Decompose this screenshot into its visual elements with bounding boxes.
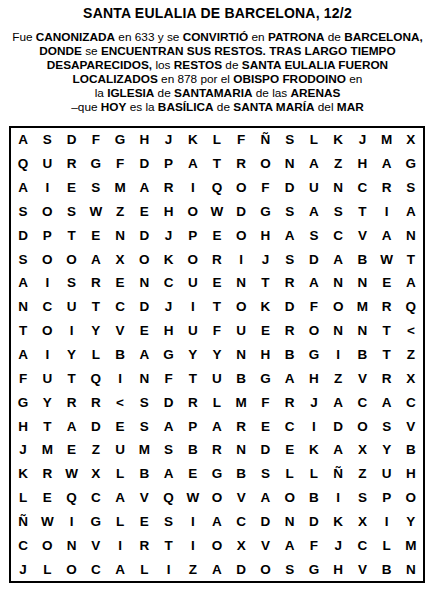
grid-cell[interactable]: A [11, 271, 35, 295]
grid-cell[interactable]: V [108, 319, 132, 343]
grid-cell[interactable]: S [399, 176, 423, 200]
grid-cell[interactable]: N [350, 271, 374, 295]
grid-cell[interactable]: U [229, 319, 253, 343]
grid-cell[interactable]: L [132, 557, 156, 581]
grid-cell[interactable]: A [278, 366, 302, 390]
grid-cell[interactable]: Y [35, 390, 59, 414]
grid-cell[interactable]: H [156, 319, 180, 343]
grid-cell[interactable]: R [84, 271, 108, 295]
grid-cell[interactable]: M [35, 438, 59, 462]
grid-cell[interactable]: D [84, 414, 108, 438]
grid-cell[interactable]: O [253, 152, 277, 176]
grid-cell[interactable]: Z [326, 152, 350, 176]
grid-cell[interactable]: G [205, 462, 229, 486]
grid-cell[interactable]: H [132, 128, 156, 152]
grid-cell[interactable]: K [156, 247, 180, 271]
grid-cell[interactable]: A [278, 223, 302, 247]
grid-cell[interactable]: N [326, 271, 350, 295]
grid-cell[interactable]: C [350, 176, 374, 200]
grid-cell[interactable]: N [11, 295, 35, 319]
grid-cell[interactable]: G [84, 152, 108, 176]
grid-cell[interactable]: I [181, 509, 205, 533]
grid-cell[interactable]: F [253, 176, 277, 200]
grid-cell[interactable]: N [108, 223, 132, 247]
grid-cell[interactable]: E [253, 414, 277, 438]
grid-cell[interactable]: I [326, 486, 350, 510]
grid-cell[interactable]: X [399, 128, 423, 152]
grid-cell[interactable]: O [253, 557, 277, 581]
grid-cell[interactable]: O [278, 486, 302, 510]
grid-cell[interactable]: B [229, 462, 253, 486]
grid-cell[interactable]: H [350, 152, 374, 176]
grid-cell[interactable]: C [156, 271, 180, 295]
grid-cell[interactable]: N [132, 271, 156, 295]
grid-cell[interactable]: X [399, 366, 423, 390]
grid-cell[interactable]: D [11, 223, 35, 247]
grid-cell[interactable]: B [278, 343, 302, 367]
grid-cell[interactable]: R [278, 319, 302, 343]
grid-cell[interactable]: S [11, 200, 35, 224]
grid-cell[interactable]: Ñ [253, 128, 277, 152]
grid-cell[interactable]: C [399, 390, 423, 414]
grid-cell[interactable]: X [350, 509, 374, 533]
grid-cell[interactable]: Z [326, 366, 350, 390]
grid-cell[interactable]: N [59, 533, 83, 557]
grid-cell[interactable]: T [59, 366, 83, 390]
grid-cell[interactable]: S [156, 438, 180, 462]
grid-cell[interactable]: A [108, 486, 132, 510]
grid-cell[interactable]: E [108, 414, 132, 438]
grid-cell[interactable]: T [181, 366, 205, 390]
grid-cell[interactable]: A [156, 414, 180, 438]
grid-cell[interactable]: E [205, 223, 229, 247]
grid-cell[interactable]: L [375, 533, 399, 557]
grid-cell[interactable]: F [108, 152, 132, 176]
grid-cell[interactable]: K [253, 295, 277, 319]
grid-cell[interactable]: C [229, 509, 253, 533]
grid-cell[interactable]: P [35, 223, 59, 247]
grid-cell[interactable]: A [181, 152, 205, 176]
grid-cell[interactable]: W [84, 200, 108, 224]
grid-cell[interactable]: T [11, 319, 35, 343]
grid-cell[interactable]: S [375, 414, 399, 438]
grid-cell[interactable]: A [59, 414, 83, 438]
grid-cell[interactable]: Y [59, 343, 83, 367]
grid-cell[interactable]: R [375, 295, 399, 319]
grid-cell[interactable]: D [229, 200, 253, 224]
grid-cell[interactable]: A [132, 343, 156, 367]
grid-cell[interactable]: C [11, 533, 35, 557]
grid-cell[interactable]: T [205, 152, 229, 176]
grid-cell[interactable]: I [108, 533, 132, 557]
grid-cell[interactable]: F [156, 366, 180, 390]
grid-cell[interactable]: Z [181, 557, 205, 581]
grid-cell[interactable]: N [399, 223, 423, 247]
grid-cell[interactable]: S [278, 200, 302, 224]
grid-cell[interactable]: P [181, 223, 205, 247]
grid-cell[interactable]: Y [84, 319, 108, 343]
grid-cell[interactable]: P [181, 414, 205, 438]
grid-cell[interactable]: C [350, 390, 374, 414]
grid-cell[interactable]: Q [399, 295, 423, 319]
grid-cell[interactable]: G [399, 152, 423, 176]
grid-cell[interactable]: I [375, 509, 399, 533]
grid-cell[interactable]: T [375, 319, 399, 343]
grid-cell[interactable]: U [181, 319, 205, 343]
grid-cell[interactable]: V [350, 223, 374, 247]
grid-cell[interactable]: T [84, 295, 108, 319]
grid-cell[interactable]: Q [59, 486, 83, 510]
grid-cell[interactable]: B [108, 343, 132, 367]
grid-cell[interactable]: O [35, 533, 59, 557]
grid-cell[interactable]: T [253, 271, 277, 295]
grid-cell[interactable]: J [253, 247, 277, 271]
grid-cell[interactable]: T [156, 533, 180, 557]
grid-cell[interactable]: S [302, 223, 326, 247]
grid-cell[interactable]: < [399, 319, 423, 343]
grid-cell[interactable]: A [326, 438, 350, 462]
grid-cell[interactable]: B [132, 462, 156, 486]
grid-cell[interactable]: S [350, 486, 374, 510]
grid-cell[interactable]: C [326, 223, 350, 247]
grid-cell[interactable]: F [302, 533, 326, 557]
grid-cell[interactable]: J [156, 223, 180, 247]
grid-cell[interactable]: I [156, 557, 180, 581]
grid-cell[interactable]: Y [205, 343, 229, 367]
grid-cell[interactable]: H [302, 366, 326, 390]
grid-cell[interactable]: R [205, 247, 229, 271]
grid-cell[interactable]: O [35, 200, 59, 224]
grid-cell[interactable]: G [302, 343, 326, 367]
grid-cell[interactable]: B [399, 438, 423, 462]
grid-cell[interactable]: N [278, 509, 302, 533]
grid-cell[interactable]: E [132, 200, 156, 224]
grid-cell[interactable]: Ñ [11, 509, 35, 533]
grid-cell[interactable]: R [59, 390, 83, 414]
grid-cell[interactable]: D [253, 509, 277, 533]
grid-cell[interactable]: W [35, 509, 59, 533]
grid-cell[interactable]: S [278, 557, 302, 581]
grid-cell[interactable]: K [11, 462, 35, 486]
grid-cell[interactable]: B [181, 438, 205, 462]
grid-cell[interactable]: R [278, 390, 302, 414]
grid-cell[interactable]: J [11, 438, 35, 462]
grid-cell[interactable]: F [84, 128, 108, 152]
grid-cell[interactable]: Q [84, 366, 108, 390]
grid-cell[interactable]: V [132, 486, 156, 510]
grid-cell[interactable]: L [205, 128, 229, 152]
grid-cell[interactable]: V [399, 414, 423, 438]
grid-cell[interactable]: S [156, 509, 180, 533]
grid-cell[interactable]: R [181, 390, 205, 414]
grid-cell[interactable]: S [253, 462, 277, 486]
grid-cell[interactable]: S [84, 176, 108, 200]
grid-cell[interactable]: S [326, 200, 350, 224]
grid-cell[interactable]: F [11, 366, 35, 390]
grid-cell[interactable]: A [253, 486, 277, 510]
grid-cell[interactable]: A [132, 176, 156, 200]
grid-cell[interactable]: V [229, 486, 253, 510]
grid-cell[interactable]: E [59, 176, 83, 200]
grid-cell[interactable]: X [108, 247, 132, 271]
grid-cell[interactable]: E [35, 486, 59, 510]
grid-cell[interactable]: X [229, 533, 253, 557]
grid-cell[interactable]: S [59, 271, 83, 295]
grid-cell[interactable]: W [59, 462, 83, 486]
grid-cell[interactable]: F [253, 390, 277, 414]
grid-cell[interactable]: N [399, 557, 423, 581]
grid-cell[interactable]: O [350, 414, 374, 438]
grid-cell[interactable]: N [229, 438, 253, 462]
grid-cell[interactable]: N [326, 319, 350, 343]
grid-cell[interactable]: L [11, 486, 35, 510]
grid-cell[interactable]: H [11, 414, 35, 438]
grid-cell[interactable]: O [35, 247, 59, 271]
grid-cell[interactable]: A [84, 247, 108, 271]
grid-cell[interactable]: E [278, 438, 302, 462]
grid-cell[interactable]: K [302, 438, 326, 462]
grid-cell[interactable]: K [326, 128, 350, 152]
grid-cell[interactable]: L [205, 390, 229, 414]
grid-cell[interactable]: Q [205, 176, 229, 200]
grid-cell[interactable]: I [181, 295, 205, 319]
grid-cell[interactable]: G [84, 509, 108, 533]
grid-cell[interactable]: B [302, 486, 326, 510]
grid-cell[interactable]: L [84, 343, 108, 367]
grid-cell[interactable]: U [59, 295, 83, 319]
grid-cell[interactable]: U [108, 438, 132, 462]
grid-cell[interactable]: R [35, 462, 59, 486]
grid-cell[interactable]: E [181, 462, 205, 486]
grid-cell[interactable]: R [229, 414, 253, 438]
grid-cell[interactable]: D [229, 557, 253, 581]
grid-cell[interactable]: J [156, 295, 180, 319]
grid-cell[interactable]: A [326, 390, 350, 414]
grid-cell[interactable]: A [205, 557, 229, 581]
grid-cell[interactable]: F [205, 319, 229, 343]
grid-cell[interactable]: C [108, 295, 132, 319]
grid-cell[interactable]: J [326, 533, 350, 557]
grid-cell[interactable]: D [302, 509, 326, 533]
grid-cell[interactable]: K [326, 509, 350, 533]
grid-cell[interactable]: O [59, 557, 83, 581]
grid-cell[interactable]: M [108, 176, 132, 200]
grid-cell[interactable]: M [132, 438, 156, 462]
grid-cell[interactable]: T [205, 295, 229, 319]
grid-cell[interactable]: D [253, 438, 277, 462]
grid-cell[interactable]: E [108, 271, 132, 295]
grid-cell[interactable]: L [302, 128, 326, 152]
grid-cell[interactable]: J [156, 128, 180, 152]
grid-cell[interactable]: O [229, 223, 253, 247]
grid-cell[interactable]: N [350, 319, 374, 343]
grid-cell[interactable]: D [132, 295, 156, 319]
grid-cell[interactable]: E [84, 223, 108, 247]
grid-cell[interactable]: A [302, 152, 326, 176]
grid-cell[interactable]: O [205, 486, 229, 510]
grid-cell[interactable]: P [156, 152, 180, 176]
grid-cell[interactable]: D [59, 128, 83, 152]
grid-cell[interactable]: C [278, 414, 302, 438]
grid-cell[interactable]: A [156, 462, 180, 486]
grid-cell[interactable]: B [229, 366, 253, 390]
grid-cell[interactable]: T [59, 223, 83, 247]
grid-cell[interactable]: R [59, 152, 83, 176]
grid-cell[interactable]: I [108, 366, 132, 390]
grid-cell[interactable]: S [278, 247, 302, 271]
grid-cell[interactable]: A [326, 247, 350, 271]
grid-cell[interactable]: I [59, 319, 83, 343]
grid-cell[interactable]: G [108, 128, 132, 152]
grid-cell[interactable]: F [302, 295, 326, 319]
grid-cell[interactable]: R [84, 390, 108, 414]
grid-cell[interactable]: N [326, 176, 350, 200]
grid-cell[interactable]: O [181, 247, 205, 271]
grid-cell[interactable]: I [229, 247, 253, 271]
grid-cell[interactable]: S [35, 128, 59, 152]
grid-cell[interactable]: W [205, 200, 229, 224]
grid-cell[interactable]: V [253, 533, 277, 557]
grid-cell[interactable]: J [302, 390, 326, 414]
grid-cell[interactable]: M [350, 295, 374, 319]
grid-cell[interactable]: S [132, 414, 156, 438]
grid-cell[interactable]: A [108, 557, 132, 581]
grid-cell[interactable]: Z [399, 343, 423, 367]
grid-cell[interactable]: W [181, 486, 205, 510]
grid-cell[interactable]: O [205, 533, 229, 557]
grid-cell[interactable]: W [375, 247, 399, 271]
grid-cell[interactable]: R [375, 176, 399, 200]
grid-cell[interactable]: A [399, 200, 423, 224]
grid-cell[interactable]: K [181, 128, 205, 152]
grid-cell[interactable]: N [132, 366, 156, 390]
grid-cell[interactable]: M [229, 390, 253, 414]
grid-cell[interactable]: O [132, 247, 156, 271]
grid-cell[interactable]: A [11, 128, 35, 152]
grid-cell[interactable]: N [278, 152, 302, 176]
grid-cell[interactable]: X [350, 438, 374, 462]
grid-cell[interactable]: C [84, 557, 108, 581]
grid-cell[interactable]: Z [108, 200, 132, 224]
grid-cell[interactable]: D [132, 223, 156, 247]
grid-cell[interactable]: S [132, 390, 156, 414]
grid-cell[interactable]: L [108, 462, 132, 486]
grid-cell[interactable]: O [399, 486, 423, 510]
grid-cell[interactable]: A [375, 152, 399, 176]
grid-cell[interactable]: U [35, 152, 59, 176]
grid-cell[interactable]: L [278, 462, 302, 486]
grid-cell[interactable]: Y [375, 438, 399, 462]
grid-cell[interactable]: A [11, 343, 35, 367]
grid-cell[interactable]: Y [181, 343, 205, 367]
grid-cell[interactable]: A [278, 533, 302, 557]
grid-cell[interactable]: D [326, 414, 350, 438]
grid-cell[interactable]: V [350, 366, 374, 390]
grid-cell[interactable]: D [302, 247, 326, 271]
grid-cell[interactable]: F [229, 128, 253, 152]
grid-cell[interactable]: B [350, 247, 374, 271]
grid-cell[interactable]: X [84, 462, 108, 486]
grid-cell[interactable]: O [326, 295, 350, 319]
grid-cell[interactable]: L [35, 557, 59, 581]
grid-cell[interactable]: U [181, 271, 205, 295]
grid-cell[interactable]: H [253, 223, 277, 247]
grid-cell[interactable]: I [302, 414, 326, 438]
grid-cell[interactable]: H [326, 557, 350, 581]
grid-cell[interactable]: E [205, 271, 229, 295]
grid-cell[interactable]: C [35, 295, 59, 319]
grid-cell[interactable]: R [132, 533, 156, 557]
grid-cell[interactable]: T [399, 247, 423, 271]
grid-cell[interactable]: Q [11, 152, 35, 176]
grid-cell[interactable]: U [35, 366, 59, 390]
grid-cell[interactable]: N [229, 271, 253, 295]
grid-cell[interactable]: I [59, 509, 83, 533]
grid-cell[interactable]: L [302, 462, 326, 486]
grid-cell[interactable]: R [205, 438, 229, 462]
grid-cell[interactable]: I [35, 176, 59, 200]
grid-cell[interactable]: H [156, 200, 180, 224]
grid-cell[interactable]: J [350, 128, 374, 152]
grid-cell[interactable]: A [302, 200, 326, 224]
grid-cell[interactable]: J [11, 557, 35, 581]
grid-cell[interactable]: I [35, 343, 59, 367]
grid-cell[interactable]: R [375, 366, 399, 390]
grid-cell[interactable]: A [205, 509, 229, 533]
grid-cell[interactable]: R [278, 271, 302, 295]
grid-cell[interactable]: E [375, 271, 399, 295]
grid-cell[interactable]: V [84, 533, 108, 557]
grid-cell[interactable]: E [132, 319, 156, 343]
grid-cell[interactable]: I [181, 176, 205, 200]
grid-cell[interactable]: I [326, 343, 350, 367]
grid-cell[interactable]: I [35, 271, 59, 295]
grid-cell[interactable]: T [35, 414, 59, 438]
grid-cell[interactable]: O [59, 247, 83, 271]
grid-cell[interactable]: O [302, 319, 326, 343]
grid-cell[interactable]: A [11, 176, 35, 200]
grid-cell[interactable]: O [35, 319, 59, 343]
grid-cell[interactable]: I [181, 533, 205, 557]
grid-cell[interactable]: < [108, 390, 132, 414]
grid-cell[interactable]: Z [84, 438, 108, 462]
grid-cell[interactable]: M [375, 128, 399, 152]
grid-cell[interactable]: G [11, 390, 35, 414]
grid-cell[interactable]: V [350, 557, 374, 581]
grid-cell[interactable]: S [278, 128, 302, 152]
grid-cell[interactable]: I [375, 200, 399, 224]
grid-cell[interactable]: G [302, 557, 326, 581]
grid-cell[interactable]: U [302, 176, 326, 200]
grid-cell[interactable]: L [108, 509, 132, 533]
grid-cell[interactable]: N [229, 343, 253, 367]
grid-cell[interactable]: S [11, 247, 35, 271]
grid-cell[interactable]: G [156, 343, 180, 367]
grid-cell[interactable]: H [399, 462, 423, 486]
grid-cell[interactable]: O [229, 176, 253, 200]
grid-cell[interactable]: A [375, 390, 399, 414]
grid-cell[interactable]: U [205, 366, 229, 390]
grid-cell[interactable]: U [375, 462, 399, 486]
grid-cell[interactable]: D [132, 152, 156, 176]
grid-cell[interactable]: G [253, 366, 277, 390]
grid-cell[interactable]: D [156, 390, 180, 414]
grid-cell[interactable]: P [375, 486, 399, 510]
grid-cell[interactable]: Z [350, 462, 374, 486]
grid-cell[interactable]: M [399, 533, 423, 557]
grid-cell[interactable]: D [278, 295, 302, 319]
grid-cell[interactable]: B [350, 343, 374, 367]
